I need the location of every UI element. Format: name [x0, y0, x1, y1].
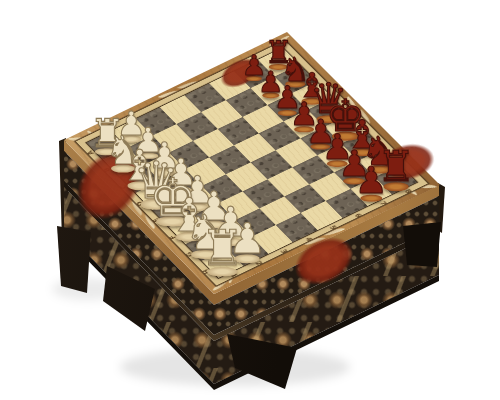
piece-white-rook-h1[interactable]: ♜: [201, 224, 245, 273]
chess-box-photo: ABCDEFGH12345678 ♜♞♝♛♚♝♞♜♟♟♟♟♟♟♟♟♟♟♟♟♟♟♟…: [0, 0, 500, 400]
piece-red-pawn-h7[interactable]: ♟: [355, 162, 388, 199]
piece-glyph: ♜: [201, 224, 245, 273]
piece-glyph: ♟: [355, 162, 388, 199]
